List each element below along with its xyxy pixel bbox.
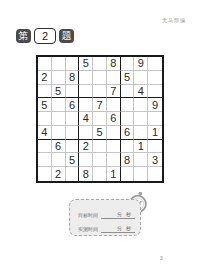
seconds-label: 秒 [126, 211, 131, 218]
sudoku-cell[interactable]: 4 [79, 112, 93, 126]
sudoku-cell[interactable]: 8 [66, 71, 80, 85]
watermark-text: 无马部编 [162, 17, 186, 23]
sudoku-cell[interactable]: 2 [52, 167, 66, 181]
sudoku-cell[interactable] [66, 85, 80, 99]
measured-time-input-line[interactable]: 分 秒 [101, 225, 135, 233]
sudoku-cell[interactable] [121, 57, 135, 71]
sudoku-cell[interactable] [66, 126, 80, 140]
sudoku-cell[interactable] [121, 98, 135, 112]
sudoku-cell[interactable] [38, 140, 52, 154]
sudoku-cell[interactable] [66, 57, 80, 71]
sudoku-cell[interactable] [93, 140, 107, 154]
sudoku-cell[interactable]: 5 [66, 153, 80, 167]
problem-number: 2 [34, 28, 56, 44]
sudoku-cell[interactable]: 3 [148, 153, 162, 167]
sudoku-cell[interactable] [79, 71, 93, 85]
sudoku-cell[interactable] [121, 167, 135, 181]
timer-row-target: 目标时间 分 秒 [78, 205, 135, 219]
workbook-page: 无马部编 第 2 题 5892855745679464561621583281 … [0, 0, 199, 280]
sudoku-cell[interactable] [66, 167, 80, 181]
sudoku-cell[interactable] [148, 85, 162, 99]
sudoku-cell[interactable] [107, 71, 121, 85]
sudoku-cell[interactable]: 2 [79, 140, 93, 154]
sudoku-cell[interactable] [66, 140, 80, 154]
sudoku-cell[interactable] [93, 57, 107, 71]
sudoku-cell[interactable] [121, 85, 135, 99]
sudoku-grid: 5892855745679464561621583281 [36, 55, 164, 183]
sudoku-cell[interactable]: 8 [107, 57, 121, 71]
sudoku-cell[interactable]: 8 [121, 153, 135, 167]
sudoku-cell[interactable] [134, 126, 148, 140]
sudoku-cell[interactable] [52, 153, 66, 167]
sudoku-cell[interactable] [52, 71, 66, 85]
sudoku-cell[interactable] [148, 140, 162, 154]
sudoku-cell[interactable] [79, 98, 93, 112]
sudoku-cell[interactable]: 5 [52, 85, 66, 99]
sudoku-cell[interactable]: 2 [38, 71, 52, 85]
sudoku-cell[interactable] [93, 85, 107, 99]
sudoku-cell[interactable] [38, 112, 52, 126]
sudoku-cell[interactable] [134, 98, 148, 112]
sudoku-cell[interactable] [79, 153, 93, 167]
problem-badge-suffix: 题 [59, 29, 74, 43]
sudoku-cell[interactable]: 1 [134, 140, 148, 154]
seconds-label: 秒 [126, 225, 131, 232]
sudoku-cell[interactable]: 9 [134, 57, 148, 71]
problem-badge-prefix: 第 [16, 29, 31, 43]
sudoku-cell[interactable] [107, 126, 121, 140]
sudoku-cell[interactable] [79, 126, 93, 140]
sudoku-cell[interactable] [38, 57, 52, 71]
target-time-input-line[interactable]: 分 秒 [101, 211, 135, 219]
sudoku-cell[interactable]: 8 [79, 167, 93, 181]
sudoku-cell[interactable] [52, 126, 66, 140]
sudoku-cell[interactable] [107, 153, 121, 167]
sudoku-cell[interactable] [148, 167, 162, 181]
sudoku-cell[interactable]: 5 [93, 126, 107, 140]
sudoku-cell[interactable] [134, 167, 148, 181]
sudoku-cell[interactable] [52, 57, 66, 71]
sudoku-cell[interactable] [134, 153, 148, 167]
sudoku-cell[interactable]: 6 [107, 112, 121, 126]
sudoku-cell[interactable]: 4 [38, 126, 52, 140]
page-number: 3 [160, 255, 163, 261]
timer-row-measured: 实测时间 分 秒 [78, 219, 135, 233]
sudoku-cell[interactable] [107, 98, 121, 112]
sudoku-cell[interactable] [121, 112, 135, 126]
sudoku-cell[interactable]: 4 [134, 85, 148, 99]
problem-header: 第 2 题 [16, 28, 74, 44]
timer-row-label: 实测时间 [78, 226, 98, 233]
sudoku-cell[interactable] [52, 112, 66, 126]
timer-row-label: 目标时间 [78, 212, 98, 219]
sudoku-cell[interactable] [52, 98, 66, 112]
sudoku-cell[interactable]: 6 [52, 140, 66, 154]
sudoku-cell[interactable] [107, 140, 121, 154]
sudoku-cell[interactable]: 5 [121, 71, 135, 85]
sudoku-cell[interactable] [134, 71, 148, 85]
sudoku-cell[interactable]: 5 [79, 57, 93, 71]
sudoku-cell[interactable] [38, 167, 52, 181]
sudoku-cell[interactable] [134, 112, 148, 126]
sudoku-cell[interactable] [66, 112, 80, 126]
minutes-label: 分 [117, 211, 122, 218]
sudoku-cell[interactable] [148, 112, 162, 126]
timer-box: 目标时间 分 秒 实测时间 分 秒 [69, 199, 141, 236]
sudoku-cell[interactable] [93, 153, 107, 167]
sudoku-cell[interactable]: 9 [148, 98, 162, 112]
sudoku-cell[interactable]: 1 [148, 126, 162, 140]
sudoku-cell[interactable] [93, 112, 107, 126]
sudoku-cell[interactable]: 1 [107, 167, 121, 181]
sudoku-cell[interactable]: 6 [66, 98, 80, 112]
sudoku-cell[interactable] [79, 85, 93, 99]
sudoku-cell[interactable] [93, 71, 107, 85]
minutes-label: 分 [117, 225, 122, 232]
sudoku-cell[interactable]: 7 [107, 85, 121, 99]
sudoku-cell[interactable] [38, 153, 52, 167]
sudoku-cell[interactable] [148, 57, 162, 71]
sudoku-cell[interactable] [148, 71, 162, 85]
sudoku-cell[interactable] [93, 167, 107, 181]
sudoku-cell[interactable] [121, 140, 135, 154]
sudoku-cell[interactable] [38, 85, 52, 99]
sudoku-cell[interactable]: 5 [38, 98, 52, 112]
sudoku-cell[interactable]: 6 [121, 126, 135, 140]
sudoku-cell[interactable]: 7 [93, 98, 107, 112]
